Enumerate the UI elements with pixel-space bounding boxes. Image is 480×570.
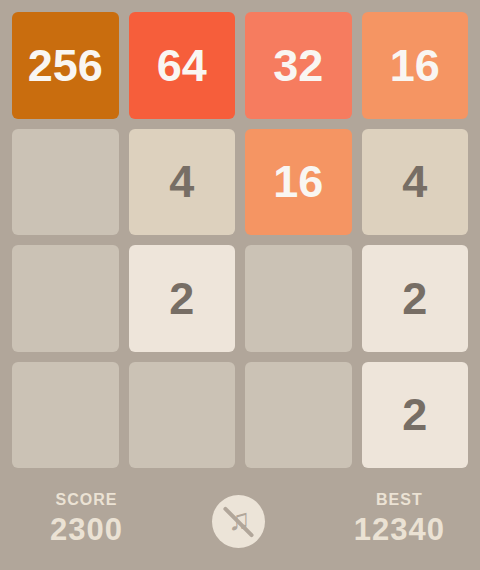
sound-toggle-button[interactable]: ♫ (212, 495, 265, 548)
board-grid[interactable]: 2566432164164222 (0, 0, 480, 468)
best-display: BEST 12340 (354, 491, 445, 548)
tile-16-r2c3: 16 (245, 129, 352, 236)
best-value: 12340 (354, 512, 445, 548)
tile-2-r4c4: 2 (362, 362, 469, 469)
empty-cell-r2c1 (12, 129, 119, 236)
score-display: SCORE 2300 (50, 491, 123, 548)
tile-2-r3c2: 2 (129, 245, 236, 352)
empty-cell-r3c1 (12, 245, 119, 352)
tile-64-r1c2: 64 (129, 12, 236, 119)
tile-2-r3c4: 2 (362, 245, 469, 352)
tile-4-r2c4: 4 (362, 129, 469, 236)
tile-4-r2c2: 4 (129, 129, 236, 236)
tile-16-r1c4: 16 (362, 12, 469, 119)
empty-cell-r4c3 (245, 362, 352, 469)
score-label: SCORE (50, 491, 123, 509)
best-label: BEST (354, 491, 445, 509)
empty-cell-r4c2 (129, 362, 236, 469)
empty-cell-r3c3 (245, 245, 352, 352)
score-value: 2300 (50, 512, 123, 548)
status-bar: SCORE 2300 ♫ BEST 12340 (0, 468, 480, 570)
tile-32-r1c3: 32 (245, 12, 352, 119)
tile-256-r1c1: 256 (12, 12, 119, 119)
empty-cell-r4c1 (12, 362, 119, 469)
